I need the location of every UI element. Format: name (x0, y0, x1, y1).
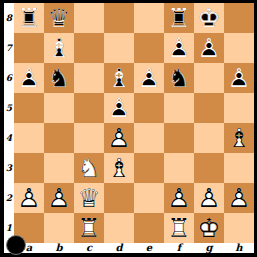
black-bishop-piece[interactable]: ♝♗ (104, 63, 134, 93)
square-e1[interactable] (134, 213, 164, 243)
square-e5[interactable] (134, 93, 164, 123)
piece-outline-glyph: ♙ (224, 183, 254, 213)
rank-label-8: 8 (4, 3, 14, 33)
black-pawn-piece[interactable]: ♟♙ (104, 93, 134, 123)
rank-label-5: 5 (4, 93, 14, 123)
piece-outline-glyph: ♗ (104, 153, 134, 183)
white-bishop-piece[interactable]: ♝♗ (104, 153, 134, 183)
square-d6[interactable]: ♝♗ (104, 63, 134, 93)
black-pawn-piece[interactable]: ♟♙ (164, 33, 194, 63)
square-g6[interactable] (194, 63, 224, 93)
square-c7[interactable] (74, 33, 104, 63)
square-f1[interactable]: ♜♖ (164, 213, 194, 243)
rank-label-6: 6 (4, 63, 14, 93)
square-h7[interactable] (224, 33, 254, 63)
piece-outline-glyph: ♙ (224, 63, 254, 93)
black-knight-piece[interactable]: ♞♘ (44, 63, 74, 93)
white-pawn-piece[interactable]: ♟♙ (104, 123, 134, 153)
square-h3[interactable] (224, 153, 254, 183)
square-a4[interactable] (14, 123, 44, 153)
square-f7[interactable]: ♟♙ (164, 33, 194, 63)
piece-outline-glyph: ♙ (164, 33, 194, 63)
square-a3[interactable] (14, 153, 44, 183)
square-g1[interactable]: ♚♔ (194, 213, 224, 243)
piece-outline-glyph: ♖ (164, 213, 194, 243)
chess-diagram: 87654321 abcdefgh ♜♖♛♕♜♖♚♔♝♗♟♙♟♙♟♙♞♘♝♗♟♙… (0, 0, 257, 257)
square-b8[interactable]: ♛♕ (44, 3, 74, 33)
white-pawn-piece[interactable]: ♟♙ (194, 183, 224, 213)
square-h8[interactable] (224, 3, 254, 33)
file-label-g: g (194, 242, 224, 253)
rank-label-4: 4 (4, 123, 14, 153)
square-a5[interactable] (14, 93, 44, 123)
piece-outline-glyph: ♖ (74, 213, 104, 243)
square-b7[interactable]: ♝♗ (44, 33, 74, 63)
square-f3[interactable] (164, 153, 194, 183)
square-d4[interactable]: ♟♙ (104, 123, 134, 153)
white-pawn-piece[interactable]: ♟♙ (164, 183, 194, 213)
square-g7[interactable]: ♟♙ (194, 33, 224, 63)
file-label-b: b (44, 242, 74, 253)
file-label-f: f (164, 242, 194, 253)
square-e4[interactable] (134, 123, 164, 153)
square-d3[interactable]: ♝♗ (104, 153, 134, 183)
black-rook-piece[interactable]: ♜♖ (14, 3, 44, 33)
file-label-c: c (74, 242, 104, 253)
piece-outline-glyph: ♙ (104, 93, 134, 123)
square-h4[interactable]: ♝♗ (224, 123, 254, 153)
square-g4[interactable] (194, 123, 224, 153)
white-knight-piece[interactable]: ♞♘ (74, 153, 104, 183)
white-rook-piece[interactable]: ♜♖ (164, 213, 194, 243)
square-e8[interactable] (134, 3, 164, 33)
square-f4[interactable] (164, 123, 194, 153)
white-pawn-piece[interactable]: ♟♙ (44, 183, 74, 213)
square-a8[interactable]: ♜♖ (14, 3, 44, 33)
square-d2[interactable] (104, 183, 134, 213)
square-b4[interactable] (44, 123, 74, 153)
square-e2[interactable] (134, 183, 164, 213)
piece-outline-glyph: ♙ (44, 183, 74, 213)
square-h5[interactable] (224, 93, 254, 123)
square-b2[interactable]: ♟♙ (44, 183, 74, 213)
square-b6[interactable]: ♞♘ (44, 63, 74, 93)
rank-label-2: 2 (4, 183, 14, 213)
rank-labels: 87654321 (4, 3, 14, 243)
piece-outline-glyph: ♙ (194, 33, 224, 63)
square-g5[interactable] (194, 93, 224, 123)
white-queen-piece[interactable]: ♛♕ (74, 183, 104, 213)
piece-outline-glyph: ♘ (164, 63, 194, 93)
square-c6[interactable] (74, 63, 104, 93)
square-e6[interactable]: ♟♙ (134, 63, 164, 93)
square-f5[interactable] (164, 93, 194, 123)
piece-outline-glyph: ♘ (44, 63, 74, 93)
square-h2[interactable]: ♟♙ (224, 183, 254, 213)
piece-outline-glyph: ♔ (194, 3, 224, 33)
chess-board: ♜♖♛♕♜♖♚♔♝♗♟♙♟♙♟♙♞♘♝♗♟♙♞♘♟♙♟♙♟♙♝♗♞♘♝♗♟♙♟♙… (14, 3, 254, 243)
square-d1[interactable] (104, 213, 134, 243)
white-pawn-piece[interactable]: ♟♙ (224, 183, 254, 213)
black-pawn-piece[interactable]: ♟♙ (194, 33, 224, 63)
piece-outline-glyph: ♙ (194, 183, 224, 213)
white-bishop-piece[interactable]: ♝♗ (224, 123, 254, 153)
piece-outline-glyph: ♖ (14, 3, 44, 33)
square-g2[interactable]: ♟♙ (194, 183, 224, 213)
file-labels: abcdefgh (14, 242, 254, 253)
square-a7[interactable] (14, 33, 44, 63)
square-e3[interactable] (134, 153, 164, 183)
file-label-h: h (224, 242, 254, 253)
square-a2[interactable]: ♟♙ (14, 183, 44, 213)
piece-outline-glyph: ♙ (104, 123, 134, 153)
piece-outline-glyph: ♗ (224, 123, 254, 153)
black-king-piece[interactable]: ♚♔ (194, 3, 224, 33)
piece-outline-glyph: ♙ (14, 63, 44, 93)
square-f8[interactable]: ♜♖ (164, 3, 194, 33)
rank-label-3: 3 (4, 153, 14, 183)
piece-outline-glyph: ♕ (44, 3, 74, 33)
file-label-d: d (104, 242, 134, 253)
rank-label-7: 7 (4, 33, 14, 63)
square-h1[interactable] (224, 213, 254, 243)
square-f2[interactable]: ♟♙ (164, 183, 194, 213)
file-label-e: e (134, 242, 164, 253)
square-b5[interactable] (44, 93, 74, 123)
black-pawn-piece[interactable]: ♟♙ (224, 63, 254, 93)
white-king-piece[interactable]: ♚♔ (194, 213, 224, 243)
black-queen-piece[interactable]: ♛♕ (44, 3, 74, 33)
piece-outline-glyph: ♙ (134, 63, 164, 93)
square-d7[interactable] (104, 33, 134, 63)
piece-outline-glyph: ♕ (74, 183, 104, 213)
square-h6[interactable]: ♟♙ (224, 63, 254, 93)
black-bishop-piece[interactable]: ♝♗ (44, 33, 74, 63)
square-f6[interactable]: ♞♘ (164, 63, 194, 93)
black-to-move-indicator (6, 235, 26, 255)
black-pawn-piece[interactable]: ♟♙ (134, 63, 164, 93)
piece-outline-glyph: ♙ (14, 183, 44, 213)
piece-outline-glyph: ♘ (74, 153, 104, 183)
square-a6[interactable]: ♟♙ (14, 63, 44, 93)
square-e7[interactable] (134, 33, 164, 63)
white-pawn-piece[interactable]: ♟♙ (14, 183, 44, 213)
square-b1[interactable] (44, 213, 74, 243)
square-b3[interactable] (44, 153, 74, 183)
piece-outline-glyph: ♙ (164, 183, 194, 213)
piece-outline-glyph: ♗ (44, 33, 74, 63)
square-d5[interactable]: ♟♙ (104, 93, 134, 123)
piece-outline-glyph: ♖ (164, 3, 194, 33)
black-pawn-piece[interactable]: ♟♙ (14, 63, 44, 93)
square-c1[interactable]: ♜♖ (74, 213, 104, 243)
square-g8[interactable]: ♚♔ (194, 3, 224, 33)
black-knight-piece[interactable]: ♞♘ (164, 63, 194, 93)
piece-outline-glyph: ♗ (104, 63, 134, 93)
square-c8[interactable] (74, 3, 104, 33)
square-c2[interactable]: ♛♕ (74, 183, 104, 213)
square-g3[interactable] (194, 153, 224, 183)
piece-outline-glyph: ♔ (194, 213, 224, 243)
square-c3[interactable]: ♞♘ (74, 153, 104, 183)
square-d8[interactable] (104, 3, 134, 33)
square-c5[interactable] (74, 93, 104, 123)
black-rook-piece[interactable]: ♜♖ (164, 3, 194, 33)
square-c4[interactable] (74, 123, 104, 153)
white-rook-piece[interactable]: ♜♖ (74, 213, 104, 243)
